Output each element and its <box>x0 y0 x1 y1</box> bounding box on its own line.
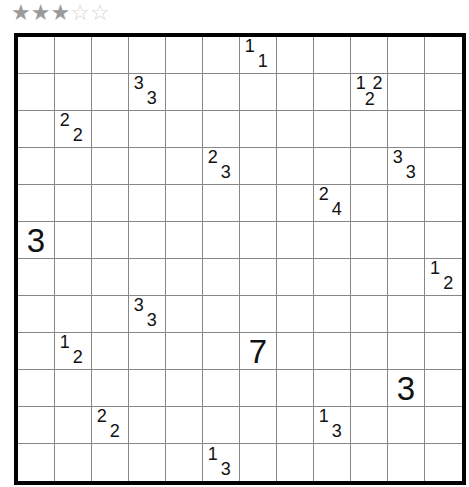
star-filled-icon: ★ <box>50 0 70 25</box>
cell-r11c3: 22 <box>92 407 129 444</box>
clue-digit: 1 <box>208 445 218 463</box>
cell-r10c4[interactable] <box>129 370 166 407</box>
cell-r12c3[interactable] <box>92 444 129 481</box>
cell-r2c4: 33 <box>129 74 166 111</box>
cell-r4c8[interactable] <box>277 148 314 185</box>
cell-r2c10: 122 <box>351 74 388 111</box>
cell-r3c12[interactable] <box>425 111 462 148</box>
cell-r2c6[interactable] <box>203 74 240 111</box>
clue-digit: 1 <box>60 333 70 351</box>
cell-r3c6[interactable] <box>203 111 240 148</box>
cell-r10c1[interactable] <box>18 370 55 407</box>
clue-number-large: 3 <box>27 224 45 257</box>
clue-digit: 2 <box>110 422 120 440</box>
cell-r8c5[interactable] <box>166 296 203 333</box>
cell-r3c1[interactable] <box>18 111 55 148</box>
cell-r12c7[interactable] <box>240 444 277 481</box>
clue-digit: 3 <box>406 163 416 181</box>
cell-r5c5[interactable] <box>166 185 203 222</box>
clue-digit: 1 <box>245 37 255 55</box>
clue-digit: 3 <box>134 74 144 92</box>
cell-r7c10[interactable] <box>351 259 388 296</box>
star-filled-icon: ★ <box>11 0 31 25</box>
cell-r10c5[interactable] <box>166 370 203 407</box>
cell-r9c1[interactable] <box>18 333 55 370</box>
clue-digit: 1 <box>258 52 268 70</box>
cell-r1c3[interactable] <box>92 37 129 74</box>
cell-r10c11: 3 <box>388 370 425 407</box>
cell-r1c10[interactable] <box>351 37 388 74</box>
cell-r8c3[interactable] <box>92 296 129 333</box>
cell-r4c2[interactable] <box>55 148 92 185</box>
cell-r1c9[interactable] <box>314 37 351 74</box>
cell-r5c12[interactable] <box>425 185 462 222</box>
cell-r7c9[interactable] <box>314 259 351 296</box>
cell-r8c12[interactable] <box>425 296 462 333</box>
cell-r9c8[interactable] <box>277 333 314 370</box>
cell-r1c4[interactable] <box>129 37 166 74</box>
cell-r1c11[interactable] <box>388 37 425 74</box>
cell-r9c12[interactable] <box>425 333 462 370</box>
cell-r12c8[interactable] <box>277 444 314 481</box>
cell-r11c7[interactable] <box>240 407 277 444</box>
cell-r5c4[interactable] <box>129 185 166 222</box>
cell-r9c11[interactable] <box>388 333 425 370</box>
cell-r3c3[interactable] <box>92 111 129 148</box>
cell-r9c5[interactable] <box>166 333 203 370</box>
cell-r12c6: 13 <box>203 444 240 481</box>
cell-r6c11[interactable] <box>388 222 425 259</box>
cell-r2c3[interactable] <box>92 74 129 111</box>
cell-r1c8[interactable] <box>277 37 314 74</box>
clue-digit: 3 <box>393 148 403 166</box>
cell-r12c5[interactable] <box>166 444 203 481</box>
cell-r2c1[interactable] <box>18 74 55 111</box>
cell-r4c4[interactable] <box>129 148 166 185</box>
cell-r9c3[interactable] <box>92 333 129 370</box>
cell-r11c4[interactable] <box>129 407 166 444</box>
cell-r10c2[interactable] <box>55 370 92 407</box>
cell-r12c10[interactable] <box>351 444 388 481</box>
cell-r7c12: 12 <box>425 259 462 296</box>
cell-r5c2[interactable] <box>55 185 92 222</box>
cell-r11c1[interactable] <box>18 407 55 444</box>
cell-r9c7: 7 <box>240 333 277 370</box>
cell-r10c12[interactable] <box>425 370 462 407</box>
cell-r8c8[interactable] <box>277 296 314 333</box>
cell-r2c5[interactable] <box>166 74 203 111</box>
clue-digit: 3 <box>221 163 231 181</box>
clue-digit: 1 <box>430 259 440 277</box>
clue-digit: 1 <box>319 407 329 425</box>
clue-digit: 3 <box>134 296 144 314</box>
clue-digit: 3 <box>332 422 342 440</box>
cell-r7c5[interactable] <box>166 259 203 296</box>
cell-r7c11[interactable] <box>388 259 425 296</box>
cell-r9c2: 12 <box>55 333 92 370</box>
cell-r5c7[interactable] <box>240 185 277 222</box>
cell-r3c8[interactable] <box>277 111 314 148</box>
cell-r11c9: 13 <box>314 407 351 444</box>
cell-r3c7[interactable] <box>240 111 277 148</box>
cell-r7c4[interactable] <box>129 259 166 296</box>
cell-r10c10[interactable] <box>351 370 388 407</box>
cell-r8c11[interactable] <box>388 296 425 333</box>
cell-r4c12[interactable] <box>425 148 462 185</box>
cell-r5c8[interactable] <box>277 185 314 222</box>
cell-r8c7[interactable] <box>240 296 277 333</box>
cell-r11c10[interactable] <box>351 407 388 444</box>
cell-r3c4[interactable] <box>129 111 166 148</box>
cell-r6c5[interactable] <box>166 222 203 259</box>
clue-number-large: 7 <box>249 335 267 368</box>
cell-r6c3[interactable] <box>92 222 129 259</box>
cell-r1c1[interactable] <box>18 37 55 74</box>
cell-r10c6[interactable] <box>203 370 240 407</box>
cell-r6c6[interactable] <box>203 222 240 259</box>
cell-r8c2[interactable] <box>55 296 92 333</box>
cell-r8c6[interactable] <box>203 296 240 333</box>
cell-r6c12[interactable] <box>425 222 462 259</box>
clue-digit: 2 <box>73 348 83 366</box>
cell-r7c3[interactable] <box>92 259 129 296</box>
cell-r2c11[interactable] <box>388 74 425 111</box>
difficulty-rating: ★★★☆☆ <box>11 1 110 25</box>
cell-r7c2[interactable] <box>55 259 92 296</box>
star-empty-icon: ☆ <box>90 0 110 25</box>
cell-r12c2[interactable] <box>55 444 92 481</box>
cell-r6c7[interactable] <box>240 222 277 259</box>
cell-r10c7[interactable] <box>240 370 277 407</box>
cell-r12c4[interactable] <box>129 444 166 481</box>
cell-r2c8[interactable] <box>277 74 314 111</box>
cell-r4c3[interactable] <box>92 148 129 185</box>
cell-r9c10[interactable] <box>351 333 388 370</box>
cell-r12c1[interactable] <box>18 444 55 481</box>
cell-r4c9[interactable] <box>314 148 351 185</box>
clue-digit: 4 <box>332 200 342 218</box>
cell-r8c4: 33 <box>129 296 166 333</box>
clue-digit: 3 <box>147 311 157 329</box>
clue-digit: 3 <box>147 89 157 107</box>
star-filled-icon: ★ <box>31 0 51 25</box>
cell-r8c9[interactable] <box>314 296 351 333</box>
cell-r7c1[interactable] <box>18 259 55 296</box>
cell-r10c3[interactable] <box>92 370 129 407</box>
star-empty-icon: ☆ <box>70 0 90 25</box>
cell-r5c6[interactable] <box>203 185 240 222</box>
cell-r5c10[interactable] <box>351 185 388 222</box>
cell-r4c6: 23 <box>203 148 240 185</box>
cell-r9c6[interactable] <box>203 333 240 370</box>
cell-r11c12[interactable] <box>425 407 462 444</box>
cell-r7c6[interactable] <box>203 259 240 296</box>
cell-r6c9[interactable] <box>314 222 351 259</box>
clue-digit: 2 <box>319 185 329 203</box>
cell-r1c12[interactable] <box>425 37 462 74</box>
cell-r3c10[interactable] <box>351 111 388 148</box>
cell-r4c11: 33 <box>388 148 425 185</box>
cell-r9c9[interactable] <box>314 333 351 370</box>
cell-r6c10[interactable] <box>351 222 388 259</box>
cell-r1c6[interactable] <box>203 37 240 74</box>
cell-r5c1[interactable] <box>18 185 55 222</box>
cell-r8c10[interactable] <box>351 296 388 333</box>
cell-r11c8[interactable] <box>277 407 314 444</box>
cell-r1c2[interactable] <box>55 37 92 74</box>
cell-r5c3[interactable] <box>92 185 129 222</box>
cell-r12c12[interactable] <box>425 444 462 481</box>
tapa-board: 113312222233324312331273221313 <box>14 33 466 485</box>
cell-r4c1[interactable] <box>18 148 55 185</box>
cell-r12c11[interactable] <box>388 444 425 481</box>
cell-r2c7[interactable] <box>240 74 277 111</box>
cell-r1c5[interactable] <box>166 37 203 74</box>
cell-r3c9[interactable] <box>314 111 351 148</box>
cell-r5c11[interactable] <box>388 185 425 222</box>
cell-r3c2: 22 <box>55 111 92 148</box>
cell-r8c1[interactable] <box>18 296 55 333</box>
cell-r7c7[interactable] <box>240 259 277 296</box>
cell-r3c5[interactable] <box>166 111 203 148</box>
cell-r7c8[interactable] <box>277 259 314 296</box>
cell-r12c9[interactable] <box>314 444 351 481</box>
clue-digit: 2 <box>97 407 107 425</box>
clue-digit: 2 <box>365 90 375 108</box>
cell-r11c2[interactable] <box>55 407 92 444</box>
cell-r4c5[interactable] <box>166 148 203 185</box>
cell-r4c10[interactable] <box>351 148 388 185</box>
cell-r5c9: 24 <box>314 185 351 222</box>
cell-r2c12[interactable] <box>425 74 462 111</box>
cell-r6c4[interactable] <box>129 222 166 259</box>
cell-r6c8[interactable] <box>277 222 314 259</box>
clue-digit: 2 <box>208 148 218 166</box>
cell-r10c9[interactable] <box>314 370 351 407</box>
clue-digit: 2 <box>60 111 70 129</box>
clue-digit: 3 <box>221 460 231 478</box>
cell-r4c7[interactable] <box>240 148 277 185</box>
cell-r2c2[interactable] <box>55 74 92 111</box>
clue-digit: 2 <box>443 274 453 292</box>
cell-r11c6[interactable] <box>203 407 240 444</box>
cell-r6c1: 3 <box>18 222 55 259</box>
cell-r1c7: 11 <box>240 37 277 74</box>
cell-r11c5[interactable] <box>166 407 203 444</box>
clue-digit: 2 <box>73 126 83 144</box>
cell-r11c11[interactable] <box>388 407 425 444</box>
cell-r3c11[interactable] <box>388 111 425 148</box>
cell-r2c9[interactable] <box>314 74 351 111</box>
cell-r10c8[interactable] <box>277 370 314 407</box>
clue-number-large: 3 <box>397 372 415 405</box>
cell-r6c2[interactable] <box>55 222 92 259</box>
cell-r9c4[interactable] <box>129 333 166 370</box>
